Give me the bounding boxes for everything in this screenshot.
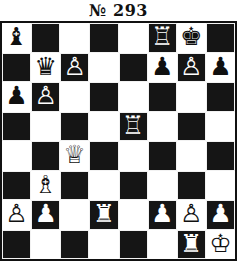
piece-black-bishop-a8: ♝ [5,24,27,49]
piece-white-pawn-a2: ♙ [5,201,27,226]
square-a6: ♟ [2,82,31,112]
square-h7: ♟ [206,53,235,83]
square-h3 [206,171,235,201]
piece-black-pawn-c7: ♙ [64,54,86,79]
piece-white-rook-g1: ♜ [180,231,202,256]
square-a4 [2,141,31,171]
piece-black-pawn-g7: ♙ [180,54,202,79]
piece-black-rook-e5: ♖ [122,113,144,138]
square-d1 [89,230,118,260]
piece-black-pawn-h7: ♟ [209,54,231,79]
piece-white-pawn-h2: ♟ [209,201,231,226]
square-c8 [60,23,89,53]
piece-black-rook-f8: ♖ [151,24,173,49]
square-d7 [89,53,118,83]
piece-black-pawn-a6: ♟ [5,83,27,108]
piece-black-pawn-b6: ♙ [34,83,56,108]
piece-white-bishop-b3: ♗ [34,172,56,197]
square-c1 [60,230,89,260]
square-b1 [31,230,60,260]
square-c7: ♙ [60,53,89,83]
square-h1: ♔ [206,230,235,260]
piece-white-rook-d2: ♜ [93,201,115,226]
puzzle-number-title: № 293 [0,0,237,21]
square-e1 [119,230,148,260]
square-g4 [177,141,206,171]
square-b7: ♛ [31,53,60,83]
square-b4 [31,141,60,171]
square-g8: ♚ [177,23,206,53]
square-f4 [148,141,177,171]
square-a2: ♙ [2,200,31,230]
square-a7 [2,53,31,83]
square-f7: ♟ [148,53,177,83]
square-h6 [206,82,235,112]
square-d2: ♜ [89,200,118,230]
square-c6 [60,82,89,112]
square-h5 [206,112,235,142]
square-g6 [177,82,206,112]
square-g1: ♜ [177,230,206,260]
square-g7: ♙ [177,53,206,83]
square-c3 [60,171,89,201]
square-f1 [148,230,177,260]
square-d4 [89,141,118,171]
piece-black-pawn-f7: ♟ [151,54,173,79]
square-e3 [119,171,148,201]
chess-board: ♝♖♚♛♙♟♙♟♟♙♖♕♗♙♟♜♟♙♟♜♔ [0,21,237,261]
square-g2: ♙ [177,200,206,230]
square-h2: ♟ [206,200,235,230]
piece-black-queen-b7: ♛ [34,54,56,79]
square-e4 [119,141,148,171]
piece-white-king-h1: ♔ [209,231,231,256]
square-g5 [177,112,206,142]
square-d8 [89,23,118,53]
square-g3 [177,171,206,201]
square-b2: ♟ [31,200,60,230]
square-d3 [89,171,118,201]
square-f5 [148,112,177,142]
square-e8 [119,23,148,53]
square-a1 [2,230,31,260]
square-d5 [89,112,118,142]
square-a3 [2,171,31,201]
piece-white-queen-c4: ♕ [64,142,86,167]
square-e2 [119,200,148,230]
square-a5 [2,112,31,142]
square-h8 [206,23,235,53]
square-b3: ♗ [31,171,60,201]
piece-black-king-g8: ♚ [180,24,202,49]
square-c4: ♕ [60,141,89,171]
piece-white-pawn-g2: ♙ [180,201,202,226]
square-e6 [119,82,148,112]
piece-white-pawn-f2: ♟ [151,201,173,226]
square-h4 [206,141,235,171]
square-f2: ♟ [148,200,177,230]
square-d6 [89,82,118,112]
square-b5 [31,112,60,142]
square-b6: ♙ [31,82,60,112]
square-a8: ♝ [2,23,31,53]
piece-white-pawn-b2: ♟ [34,201,56,226]
square-e5: ♖ [119,112,148,142]
square-f8: ♖ [148,23,177,53]
square-c5 [60,112,89,142]
square-f3 [148,171,177,201]
square-f6 [148,82,177,112]
square-c2 [60,200,89,230]
square-b8 [31,23,60,53]
square-e7 [119,53,148,83]
